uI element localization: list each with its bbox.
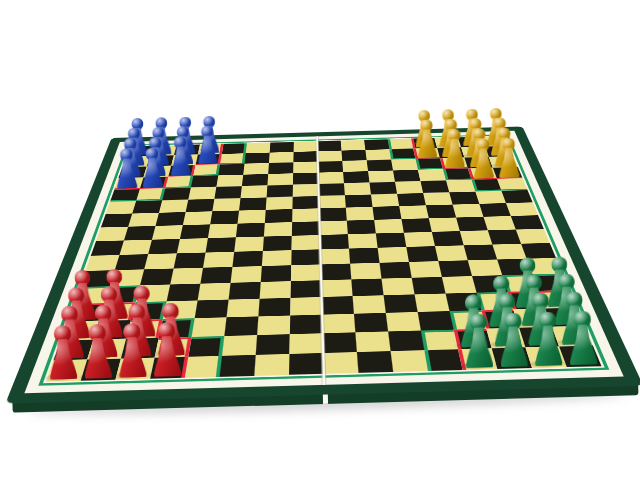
board-cell-r5c3[interactable]	[162, 188, 191, 201]
board-cell-r2c9[interactable]	[318, 151, 343, 162]
board-cell-r3c11[interactable]	[367, 160, 393, 172]
green-pawn[interactable]	[534, 311, 563, 366]
pawn-body	[84, 337, 112, 379]
blue-pawn[interactable]	[116, 148, 137, 189]
yellow-pawn[interactable]	[498, 137, 519, 178]
board-cell-r12c8[interactable]	[291, 280, 322, 298]
board-cell-r8c4[interactable]	[180, 224, 210, 239]
board-cell-r5c10[interactable]	[344, 183, 371, 196]
board-cell-r11c10[interactable]	[350, 263, 381, 280]
board-cell-r7c4[interactable]	[183, 211, 212, 225]
board-cell-r8c7[interactable]	[264, 222, 292, 236]
board-cell-r9c8[interactable]	[292, 235, 321, 250]
pawn-body	[118, 336, 146, 378]
board-cell-r1c6[interactable]	[246, 143, 271, 154]
pawn-body	[534, 325, 562, 367]
board-cell-r4c3[interactable]	[165, 176, 193, 188]
pawn-body	[198, 135, 218, 164]
board-cell-r7c14[interactable]	[453, 204, 484, 218]
board-cell-r2c13[interactable]	[413, 148, 440, 159]
green-pawn[interactable]	[568, 310, 597, 365]
board-cell-r16c9[interactable]	[323, 352, 358, 374]
board-cell-r7c2[interactable]	[128, 213, 159, 227]
board-cell-r14c5[interactable]	[192, 317, 227, 337]
board-cell-r11c13[interactable]	[438, 260, 472, 277]
board-cell-r16c15[interactable]	[525, 346, 566, 368]
board-cell-r5c12[interactable]	[395, 181, 423, 194]
board-cell-r10c11[interactable]	[378, 247, 409, 263]
board-margin	[24, 131, 623, 393]
board-cell-r4c5[interactable]	[216, 175, 243, 187]
board-cell-r9c10[interactable]	[348, 233, 378, 248]
board-cell-r2c6[interactable]	[245, 153, 270, 164]
blue-pawn[interactable]	[197, 125, 217, 164]
board-cell-r6c4[interactable]	[186, 199, 215, 212]
pawn-body	[153, 336, 181, 378]
board-cell-r9c15[interactable]	[488, 230, 521, 245]
board-cell-r8c9[interactable]	[319, 221, 347, 235]
board-cell-r9c2[interactable]	[119, 240, 151, 255]
board-cell-r7c6[interactable]	[237, 210, 265, 224]
board-cell-r8c16[interactable]	[511, 215, 544, 229]
board-cell-r6c3[interactable]	[159, 200, 188, 213]
board-cell-r5c14[interactable]	[446, 180, 475, 193]
board-cell-r10c2[interactable]	[115, 254, 148, 270]
blue-pawn[interactable]	[142, 147, 163, 188]
board-cell-r12c11[interactable]	[381, 278, 414, 296]
board-cell-r15c9[interactable]	[323, 332, 357, 353]
red-pawn[interactable]	[118, 323, 147, 378]
board-cell-r9c3[interactable]	[148, 239, 180, 254]
board-cell-r3c7[interactable]	[268, 162, 293, 174]
board-cell-r9c5[interactable]	[206, 237, 236, 252]
photo-background	[0, 0, 640, 480]
board-cell-r8c3[interactable]	[152, 225, 183, 240]
board-cell-r16c2[interactable]	[81, 359, 121, 381]
board-cell-r6c13[interactable]	[423, 192, 452, 205]
board-cell-r13c12[interactable]	[415, 294, 450, 312]
board-cell-r16c6[interactable]	[220, 355, 256, 377]
board-cell-r2c10[interactable]	[341, 150, 366, 161]
board-cell-r14c9[interactable]	[322, 314, 355, 334]
board-cell-r4c8[interactable]	[293, 173, 319, 185]
board-cell-r11c7[interactable]	[261, 265, 292, 282]
board-cell-r11c3[interactable]	[140, 269, 174, 286]
pawn-body	[142, 157, 163, 188]
board-cell-r1c8[interactable]	[294, 141, 318, 152]
yellow-pawn[interactable]	[417, 119, 437, 158]
board-cell-r5c2[interactable]	[136, 188, 165, 201]
board-cell-r15c10[interactable]	[355, 331, 390, 352]
board-cell-r11c9[interactable]	[321, 264, 352, 281]
board-cell-r5c7[interactable]	[267, 185, 293, 198]
scene-tilt	[0, 0, 640, 480]
board-cell-r4c2[interactable]	[140, 177, 169, 189]
board-cell-r11c5[interactable]	[200, 267, 232, 284]
board-cell-r6c9[interactable]	[319, 195, 346, 208]
pawn-body	[170, 146, 190, 176]
board-cell-r8c6[interactable]	[236, 223, 265, 237]
board-cell-r12c10[interactable]	[351, 279, 383, 297]
board-cell-r16c14[interactable]	[492, 347, 532, 369]
board-cell-r10c4[interactable]	[174, 253, 206, 269]
board-cell-r8c11[interactable]	[374, 219, 404, 233]
board-cell-r6c7[interactable]	[266, 197, 293, 210]
board-cell-r13c9[interactable]	[322, 296, 354, 315]
pawn-body	[473, 148, 494, 179]
board-cell-r6c15[interactable]	[475, 191, 506, 204]
board-cell-r1c9[interactable]	[317, 141, 341, 152]
board-cell-r16c13[interactable]	[458, 348, 497, 370]
board-cell-r3c10[interactable]	[342, 160, 368, 172]
board-cell-r8c2[interactable]	[124, 226, 156, 241]
board-cell-r9c11[interactable]	[376, 233, 406, 248]
board-cell-r7c10[interactable]	[346, 207, 374, 221]
board-cell-r3c5[interactable]	[218, 164, 244, 176]
board-cell-r2c4[interactable]	[196, 154, 222, 165]
board-cell-r13c5[interactable]	[195, 300, 229, 319]
pawn-body	[465, 327, 493, 369]
board-cell-r4c15[interactable]	[468, 168, 497, 180]
board-cell-r4c11[interactable]	[368, 171, 395, 183]
board-cell-r14c12[interactable]	[418, 311, 454, 330]
board-cell-r10c14[interactable]	[464, 245, 497, 261]
board-cell-r13c8[interactable]	[290, 297, 322, 316]
board-cell-r10c12[interactable]	[406, 246, 438, 262]
board-cell-r14c6[interactable]	[224, 316, 258, 336]
board-cell-r15c5[interactable]	[188, 336, 224, 357]
board-cell-r14c8[interactable]	[290, 315, 323, 335]
board-cell-r5c9[interactable]	[318, 183, 344, 196]
pawn-body	[49, 338, 77, 380]
board-cell-r2c7[interactable]	[269, 152, 294, 163]
yellow-pawn[interactable]	[473, 138, 494, 179]
board-cell-r10c7[interactable]	[262, 250, 292, 266]
pawn-body	[417, 129, 437, 158]
board-cell-r9c12[interactable]	[404, 232, 435, 247]
board-cell-r7c7[interactable]	[265, 209, 293, 223]
board-cell-r7c5[interactable]	[210, 211, 239, 225]
board-cell-r4c12[interactable]	[393, 170, 420, 182]
board-cell-r7c3[interactable]	[156, 212, 186, 226]
board-cell-r7c15[interactable]	[479, 203, 510, 217]
board-cell-r16c1[interactable]	[46, 360, 87, 382]
red-pawn[interactable]	[83, 324, 112, 379]
board-cell-r3c14[interactable]	[440, 158, 468, 170]
green-pawn[interactable]	[464, 313, 493, 368]
board-cell-r5c13[interactable]	[420, 180, 449, 193]
board-cell-r15c7[interactable]	[256, 334, 290, 355]
board-cell-r4c9[interactable]	[318, 172, 344, 184]
board-cell-r12c5[interactable]	[198, 283, 231, 301]
board-cell-r6c14[interactable]	[449, 191, 479, 204]
board-cell-r9c4[interactable]	[177, 238, 208, 253]
board-cell-r6c2[interactable]	[132, 200, 162, 213]
board-cell-r13c10[interactable]	[353, 295, 386, 313]
board-cell-r7c16[interactable]	[506, 202, 538, 216]
board-cell-r2c5[interactable]	[220, 153, 246, 164]
board-cell-r12c4[interactable]	[167, 284, 201, 302]
board-cell-r11c8[interactable]	[291, 264, 321, 281]
board-cell-r4c10[interactable]	[343, 171, 369, 183]
board-cell-r9c14[interactable]	[460, 230, 493, 245]
board-cell-r10c13[interactable]	[435, 245, 468, 261]
board-cell-r9c7[interactable]	[263, 236, 292, 251]
board-cell-r5c4[interactable]	[188, 187, 216, 200]
board-cell-r3c9[interactable]	[318, 161, 343, 173]
board-cell-r5c5[interactable]	[214, 186, 241, 199]
board-cell-r11c11[interactable]	[380, 262, 412, 279]
board-cell-r10c5[interactable]	[203, 252, 234, 268]
board-cell-r6c10[interactable]	[345, 194, 373, 207]
pawn-body	[499, 148, 520, 179]
board-cell-r1c7[interactable]	[270, 142, 294, 153]
board-cell-r8c12[interactable]	[401, 218, 431, 232]
board-cell-r12c7[interactable]	[260, 281, 291, 299]
board-cell-r3c12[interactable]	[391, 159, 418, 171]
board-cell-r8c5[interactable]	[208, 224, 238, 239]
board-cell-r14c11[interactable]	[386, 312, 421, 331]
yellow-pawn[interactable]	[444, 129, 465, 169]
board-cell-r7c9[interactable]	[319, 208, 347, 222]
board-cell-r10c6[interactable]	[232, 251, 262, 267]
pawn-body	[445, 138, 465, 168]
board-cell-r6c8[interactable]	[292, 196, 319, 209]
board-cell-r14c10[interactable]	[354, 313, 388, 333]
board-cell-r8c8[interactable]	[292, 221, 320, 235]
pawn-body	[500, 326, 528, 368]
board-cell-r5c8[interactable]	[293, 184, 319, 197]
board-cell-r12c12[interactable]	[412, 277, 446, 294]
board-cell-r4c13[interactable]	[418, 169, 446, 181]
board-cell-r16c16[interactable]	[559, 345, 601, 367]
board-cell-r16c10[interactable]	[357, 351, 393, 373]
board-cell-r9c16[interactable]	[516, 229, 550, 244]
board-cell-r16c5[interactable]	[185, 356, 222, 378]
red-pawn[interactable]	[49, 325, 78, 380]
board-cell-r8c14[interactable]	[456, 217, 488, 231]
board-cell-r10c8[interactable]	[291, 249, 320, 265]
pawn-body	[569, 324, 597, 366]
board-cell-r16c4[interactable]	[150, 357, 188, 379]
board-cell-r2c8[interactable]	[293, 151, 317, 162]
board-cell-r7c12[interactable]	[399, 205, 429, 219]
board-cell-r12c6[interactable]	[229, 282, 261, 300]
board-cell-r7c11[interactable]	[373, 206, 402, 220]
board-cell-r9c6[interactable]	[234, 237, 264, 252]
board-cell-r15c8[interactable]	[289, 333, 323, 354]
board-cell-r7c8[interactable]	[292, 208, 319, 222]
board-cell-r3c4[interactable]	[193, 164, 220, 176]
board-cell-r12c9[interactable]	[321, 279, 352, 297]
board-cell-r3c8[interactable]	[293, 162, 318, 174]
board-cell-r11c12[interactable]	[409, 261, 442, 278]
pawn-body	[117, 158, 138, 189]
board-cell-r6c11[interactable]	[371, 194, 399, 207]
board-cell-r16c11[interactable]	[391, 350, 428, 372]
board-cell-r8c13[interactable]	[429, 218, 460, 232]
board-cell-r3c3[interactable]	[168, 165, 195, 177]
board-cell-r10c3[interactable]	[144, 253, 177, 269]
board-cell-r8c10[interactable]	[347, 220, 376, 234]
board-cell-r1c11[interactable]	[364, 139, 389, 150]
board-cell-r10c9[interactable]	[320, 249, 350, 265]
green-pawn[interactable]	[499, 312, 528, 367]
board-cell-r5c11[interactable]	[369, 182, 397, 195]
board-cell-r13c11[interactable]	[384, 294, 418, 312]
red-pawn[interactable]	[153, 322, 182, 377]
board-cell-r6c5[interactable]	[212, 198, 240, 211]
board-cell-r4c16[interactable]	[493, 167, 523, 179]
board-cell-r2c11[interactable]	[365, 149, 391, 160]
board-cell-r15c11[interactable]	[388, 331, 424, 352]
board-cell-r12c13[interactable]	[442, 276, 477, 293]
board-cell-r6c12[interactable]	[397, 193, 426, 206]
board-cell-r11c6[interactable]	[231, 266, 262, 283]
board-cell-r5c16[interactable]	[497, 178, 527, 190]
board-cell-r9c9[interactable]	[320, 234, 349, 249]
board-cell-r13c6[interactable]	[227, 299, 260, 318]
board-cell-r3c6[interactable]	[243, 163, 269, 175]
board-cell-r6c6[interactable]	[239, 197, 267, 210]
board-cell-r9c13[interactable]	[432, 231, 464, 246]
board-cell-r16c8[interactable]	[289, 353, 324, 375]
board-cell-r11c4[interactable]	[170, 268, 203, 285]
blue-pawn[interactable]	[170, 136, 191, 176]
board-cell-r1c10[interactable]	[341, 140, 366, 151]
board-cell-r10c10[interactable]	[349, 248, 380, 264]
board-cell-r4c4[interactable]	[191, 175, 218, 187]
board-cell-r15c6[interactable]	[222, 335, 257, 356]
board-cell-r13c7[interactable]	[258, 298, 290, 317]
board-cell-r4c6[interactable]	[242, 174, 268, 186]
board-cell-r7c13[interactable]	[426, 205, 456, 219]
board-cell-r6c16[interactable]	[501, 190, 532, 203]
board-cell-r4c7[interactable]	[267, 173, 293, 185]
halma-board	[5, 127, 640, 404]
board-cell-r5c6[interactable]	[240, 185, 267, 198]
board-cell-r14c7[interactable]	[257, 316, 290, 336]
board-cell-r16c7[interactable]	[254, 354, 289, 376]
